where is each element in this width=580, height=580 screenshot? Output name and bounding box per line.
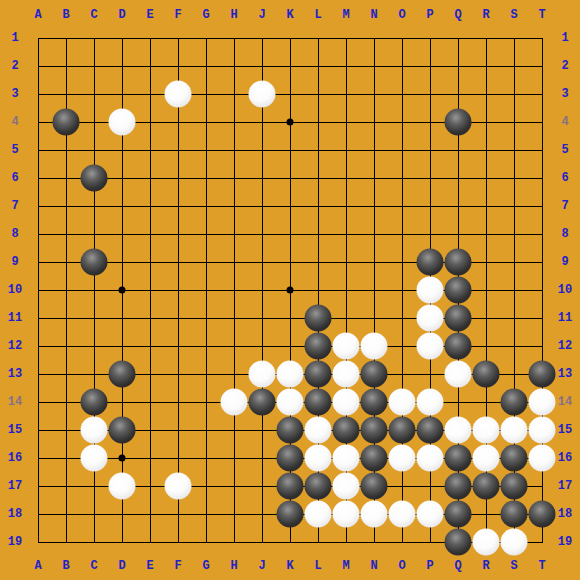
stone-white-T16[interactable] (529, 445, 556, 472)
col-label-bottom-G: G (197, 558, 215, 574)
stone-white-T14[interactable] (529, 389, 556, 416)
col-label-top-M: M (337, 7, 355, 23)
stone-black-B4[interactable] (53, 109, 80, 136)
stone-white-O16[interactable] (389, 445, 416, 472)
stone-black-T18[interactable] (529, 501, 556, 528)
stone-white-F3[interactable] (165, 81, 192, 108)
stone-white-N12[interactable] (361, 333, 388, 360)
stone-white-L15[interactable] (305, 417, 332, 444)
row-label-right-3: 3 (554, 86, 576, 102)
stone-black-K17[interactable] (277, 473, 304, 500)
hoshi-D16 (119, 455, 126, 462)
col-label-top-Q: Q (449, 7, 467, 23)
stone-white-H14[interactable] (221, 389, 248, 416)
stone-white-L16[interactable] (305, 445, 332, 472)
hoshi-K10 (287, 287, 294, 294)
row-label-right-11: 11 (554, 310, 576, 326)
row-label-right-14: 14 (554, 394, 576, 410)
stone-white-Q13[interactable] (445, 361, 472, 388)
stone-black-Q9[interactable] (445, 249, 472, 276)
stone-black-N14[interactable] (361, 389, 388, 416)
row-label-left-8: 8 (4, 226, 26, 242)
stone-black-R17[interactable] (473, 473, 500, 500)
row-label-left-16: 16 (4, 450, 26, 466)
stone-black-O15[interactable] (389, 417, 416, 444)
stone-white-N18[interactable] (361, 501, 388, 528)
col-label-top-K: K (281, 7, 299, 23)
row-label-right-17: 17 (554, 478, 576, 494)
row-label-right-5: 5 (554, 142, 576, 158)
stone-white-C15[interactable] (81, 417, 108, 444)
row-label-right-4: 4 (554, 114, 576, 130)
hoshi-D10 (119, 287, 126, 294)
col-label-top-R: R (477, 7, 495, 23)
stone-black-K16[interactable] (277, 445, 304, 472)
row-label-left-14: 14 (4, 394, 26, 410)
col-label-top-A: A (29, 7, 47, 23)
col-label-bottom-L: L (309, 558, 327, 574)
stone-white-O14[interactable] (389, 389, 416, 416)
row-label-left-12: 12 (4, 338, 26, 354)
stone-black-M15[interactable] (333, 417, 360, 444)
col-label-bottom-N: N (365, 558, 383, 574)
stone-black-C14[interactable] (81, 389, 108, 416)
col-label-bottom-R: R (477, 558, 495, 574)
stone-black-D13[interactable] (109, 361, 136, 388)
stone-white-M12[interactable] (333, 333, 360, 360)
stone-white-D4[interactable] (109, 109, 136, 136)
stone-black-L12[interactable] (305, 333, 332, 360)
col-label-bottom-K: K (281, 558, 299, 574)
row-label-left-2: 2 (4, 58, 26, 74)
stone-black-S17[interactable] (501, 473, 528, 500)
col-label-top-G: G (197, 7, 215, 23)
stone-black-Q4[interactable] (445, 109, 472, 136)
col-label-bottom-H: H (225, 558, 243, 574)
stone-white-R15[interactable] (473, 417, 500, 444)
col-label-top-O: O (393, 7, 411, 23)
stone-black-C9[interactable] (81, 249, 108, 276)
row-label-right-19: 19 (554, 534, 576, 550)
col-label-bottom-E: E (141, 558, 159, 574)
col-label-top-H: H (225, 7, 243, 23)
stone-white-Q15[interactable] (445, 417, 472, 444)
col-label-bottom-P: P (421, 558, 439, 574)
row-label-left-10: 10 (4, 282, 26, 298)
row-label-right-13: 13 (554, 366, 576, 382)
row-label-right-7: 7 (554, 198, 576, 214)
stone-white-T15[interactable] (529, 417, 556, 444)
stone-black-L13[interactable] (305, 361, 332, 388)
stone-black-L14[interactable] (305, 389, 332, 416)
col-label-bottom-C: C (85, 558, 103, 574)
row-label-left-18: 18 (4, 506, 26, 522)
row-label-right-16: 16 (554, 450, 576, 466)
col-label-top-F: F (169, 7, 187, 23)
stone-black-P15[interactable] (417, 417, 444, 444)
row-label-left-5: 5 (4, 142, 26, 158)
stone-black-Q11[interactable] (445, 305, 472, 332)
stone-white-J13[interactable] (249, 361, 276, 388)
hoshi-K4 (287, 119, 294, 126)
col-label-bottom-F: F (169, 558, 187, 574)
stone-black-L11[interactable] (305, 305, 332, 332)
col-label-top-D: D (113, 7, 131, 23)
stone-black-Q12[interactable] (445, 333, 472, 360)
row-label-left-13: 13 (4, 366, 26, 382)
col-label-bottom-J: J (253, 558, 271, 574)
stone-black-S18[interactable] (501, 501, 528, 528)
stone-black-K15[interactable] (277, 417, 304, 444)
stone-white-M18[interactable] (333, 501, 360, 528)
stone-white-M13[interactable] (333, 361, 360, 388)
stone-black-C6[interactable] (81, 165, 108, 192)
stone-black-T13[interactable] (529, 361, 556, 388)
col-label-top-E: E (141, 7, 159, 23)
stone-white-P14[interactable] (417, 389, 444, 416)
stone-white-F17[interactable] (165, 473, 192, 500)
row-label-left-19: 19 (4, 534, 26, 550)
stone-white-P10[interactable] (417, 277, 444, 304)
stone-white-K14[interactable] (277, 389, 304, 416)
row-label-right-8: 8 (554, 226, 576, 242)
stone-black-D15[interactable] (109, 417, 136, 444)
stone-black-N16[interactable] (361, 445, 388, 472)
stone-black-L17[interactable] (305, 473, 332, 500)
stone-black-S14[interactable] (501, 389, 528, 416)
row-label-right-18: 18 (554, 506, 576, 522)
col-label-bottom-Q: Q (449, 558, 467, 574)
row-label-left-1: 1 (4, 30, 26, 46)
col-label-bottom-B: B (57, 558, 75, 574)
stone-white-L18[interactable] (305, 501, 332, 528)
stone-black-K18[interactable] (277, 501, 304, 528)
row-label-left-4: 4 (4, 114, 26, 130)
row-label-left-15: 15 (4, 422, 26, 438)
col-label-top-C: C (85, 7, 103, 23)
row-label-right-9: 9 (554, 254, 576, 270)
row-label-left-9: 9 (4, 254, 26, 270)
col-label-bottom-M: M (337, 558, 355, 574)
stone-white-S15[interactable] (501, 417, 528, 444)
row-label-right-1: 1 (554, 30, 576, 46)
col-label-top-S: S (505, 7, 523, 23)
stone-black-J14[interactable] (249, 389, 276, 416)
col-label-bottom-O: O (393, 558, 411, 574)
col-label-bottom-T: T (533, 558, 551, 574)
stone-white-D17[interactable] (109, 473, 136, 500)
row-label-left-7: 7 (4, 198, 26, 214)
row-label-right-12: 12 (554, 338, 576, 354)
col-label-top-N: N (365, 7, 383, 23)
row-label-left-6: 6 (4, 170, 26, 186)
stone-black-Q17[interactable] (445, 473, 472, 500)
stone-black-Q18[interactable] (445, 501, 472, 528)
row-label-left-17: 17 (4, 478, 26, 494)
row-label-left-11: 11 (4, 310, 26, 326)
stone-white-C16[interactable] (81, 445, 108, 472)
stone-white-M16[interactable] (333, 445, 360, 472)
row-label-left-3: 3 (4, 86, 26, 102)
row-label-right-6: 6 (554, 170, 576, 186)
stone-white-O18[interactable] (389, 501, 416, 528)
col-label-top-L: L (309, 7, 327, 23)
go-board-window: AABBCCDDEEFFGGHHJJKKLLMMNNOOPPQQRRSSTT11… (0, 0, 580, 580)
col-label-bottom-D: D (113, 558, 131, 574)
stone-black-R13[interactable] (473, 361, 500, 388)
col-label-bottom-A: A (29, 558, 47, 574)
stone-white-J3[interactable] (249, 81, 276, 108)
stone-black-Q19[interactable] (445, 529, 472, 556)
stone-white-P12[interactable] (417, 333, 444, 360)
stone-white-K13[interactable] (277, 361, 304, 388)
col-label-top-B: B (57, 7, 75, 23)
row-label-right-2: 2 (554, 58, 576, 74)
col-label-top-T: T (533, 7, 551, 23)
row-label-right-15: 15 (554, 422, 576, 438)
stone-black-N15[interactable] (361, 417, 388, 444)
col-label-bottom-S: S (505, 558, 523, 574)
stone-black-S16[interactable] (501, 445, 528, 472)
stone-white-P18[interactable] (417, 501, 444, 528)
stone-white-M17[interactable] (333, 473, 360, 500)
stone-white-P16[interactable] (417, 445, 444, 472)
col-label-top-J: J (253, 7, 271, 23)
stone-white-R16[interactable] (473, 445, 500, 472)
stone-white-M14[interactable] (333, 389, 360, 416)
stone-black-P9[interactable] (417, 249, 444, 276)
stone-white-S19[interactable] (501, 529, 528, 556)
stone-black-N17[interactable] (361, 473, 388, 500)
stone-black-Q10[interactable] (445, 277, 472, 304)
stone-black-Q16[interactable] (445, 445, 472, 472)
stone-white-R19[interactable] (473, 529, 500, 556)
col-label-top-P: P (421, 7, 439, 23)
row-label-right-10: 10 (554, 282, 576, 298)
stone-black-N13[interactable] (361, 361, 388, 388)
stone-white-P11[interactable] (417, 305, 444, 332)
